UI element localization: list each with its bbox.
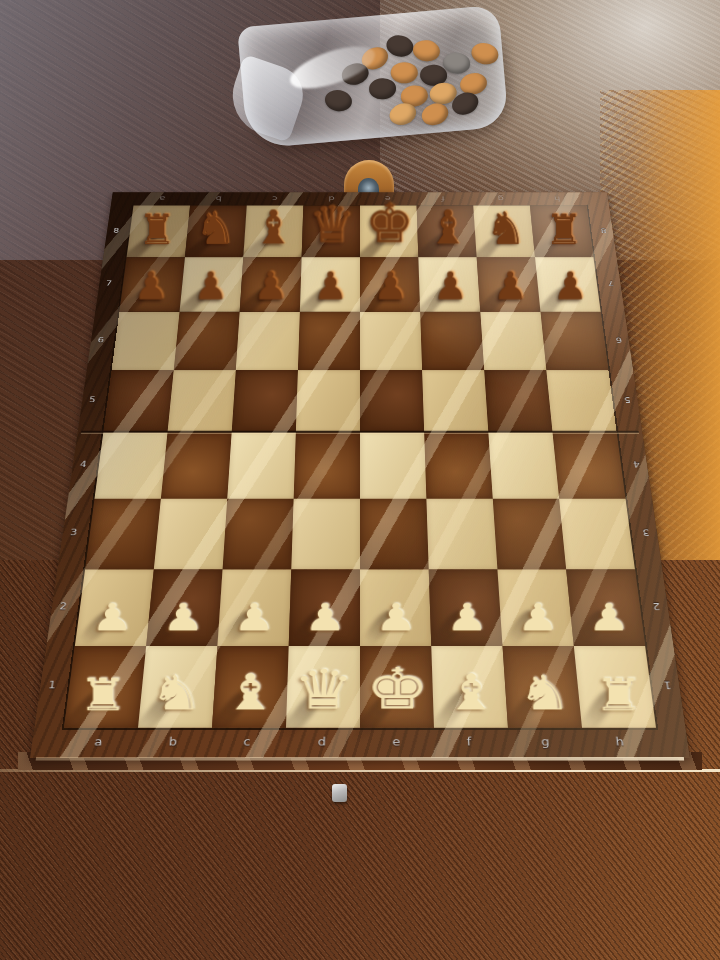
table-edge-glint xyxy=(0,769,720,772)
square-e1: ♚ xyxy=(360,646,434,728)
rank-label-7-left: 7 xyxy=(105,279,112,287)
square-a1: ♜ xyxy=(64,646,146,728)
piece-black-pawn-d7: ♟ xyxy=(313,266,347,304)
square-f1: ♝ xyxy=(431,646,508,728)
piece-white-knight-b1: ♞ xyxy=(149,670,202,718)
photo-scene: ♜♞♝♛♚♝♞♜♟♟♟♟♟♟♟♟♟♟♟♟♟♟♟♟♜♞♝♛♚♝♞♜ 1122334… xyxy=(0,0,720,960)
rank-label-5-left: 5 xyxy=(89,395,97,404)
spare-pieces-bag xyxy=(237,5,509,149)
piece-black-pawn-b7: ♟ xyxy=(193,266,227,304)
piece-black-pawn-a7: ♟ xyxy=(133,266,167,304)
piece-white-pawn-g2: ♟ xyxy=(516,599,558,636)
rank-label-8-right: 8 xyxy=(600,227,607,234)
piece-white-king-e1: ♚ xyxy=(365,661,428,718)
piece-black-bishop-f8: ♝ xyxy=(426,204,468,251)
bag-piece xyxy=(391,62,418,83)
piece-white-pawn-h2: ♟ xyxy=(587,599,629,636)
piece-black-pawn-h7: ♟ xyxy=(553,266,587,304)
piece-white-rook-h1: ♜ xyxy=(593,673,642,717)
piece-black-knight-b8: ♞ xyxy=(195,206,235,251)
piece-black-pawn-g7: ♟ xyxy=(493,266,527,304)
piece-black-king-e8: ♚ xyxy=(365,196,414,250)
box-clasp xyxy=(332,784,347,802)
square-b1: ♞ xyxy=(138,646,217,728)
piece-black-knight-g8: ♞ xyxy=(485,206,525,251)
rank-label-6-left: 6 xyxy=(97,336,104,344)
sunlight-streaks-overlay xyxy=(30,192,690,758)
piece-black-pawn-e7: ♟ xyxy=(373,266,407,304)
piece-white-pawn-d2: ♟ xyxy=(304,599,346,636)
piece-black-pawn-c7: ♟ xyxy=(253,266,287,304)
piece-white-pawn-a2: ♟ xyxy=(91,599,133,636)
chess-board: ♜♞♝♛♚♝♞♜♟♟♟♟♟♟♟♟♟♟♟♟♟♟♟♟♜♞♝♛♚♝♞♜ 1122334… xyxy=(30,192,690,758)
piece-black-pawn-f7: ♟ xyxy=(433,266,467,304)
square-e8: ♚ xyxy=(360,206,418,257)
file-label-h-top: h xyxy=(553,195,560,203)
square-g1: ♞ xyxy=(503,646,582,728)
piece-white-bishop-c1: ♝ xyxy=(222,668,277,717)
piece-black-rook-a8: ♜ xyxy=(138,209,176,251)
piece-white-pawn-e2: ♟ xyxy=(375,599,417,636)
square-d1: ♛ xyxy=(286,646,360,728)
chess-board-plane: ♜♞♝♛♚♝♞♜♟♟♟♟♟♟♟♟♟♟♟♟♟♟♟♟♜♞♝♛♚♝♞♜ 1122334… xyxy=(30,192,690,758)
piece-black-rook-h8: ♜ xyxy=(545,209,583,251)
file-label-a-top: a xyxy=(158,195,165,203)
piece-white-pawn-b2: ♟ xyxy=(162,599,204,636)
piece-white-rook-a1: ♜ xyxy=(78,673,127,717)
piece-white-bishop-f1: ♝ xyxy=(443,668,498,717)
board-fold-seam xyxy=(81,431,639,433)
piece-black-queen-d8: ♛ xyxy=(308,199,354,250)
piece-black-bishop-c8: ♝ xyxy=(252,204,294,251)
piece-white-pawn-f2: ♟ xyxy=(446,599,488,636)
rank-label-4-left: 4 xyxy=(79,459,87,469)
board-bottom-edge-glint xyxy=(36,757,685,761)
piece-white-pawn-c2: ♟ xyxy=(233,599,275,636)
square-d8: ♛ xyxy=(302,206,360,257)
piece-white-knight-g1: ♞ xyxy=(517,670,570,718)
piece-white-queen-d1: ♛ xyxy=(293,663,354,718)
rank-label-8-left: 8 xyxy=(113,227,120,234)
square-c1: ♝ xyxy=(212,646,289,728)
square-h1: ♜ xyxy=(574,646,656,728)
